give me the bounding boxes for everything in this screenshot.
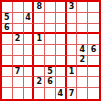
cell-r9c3[interactable] <box>24 88 35 99</box>
cell-r6c4[interactable] <box>34 56 45 67</box>
cell-r7c7[interactable]: 1 <box>67 67 78 78</box>
cell-r7c1[interactable] <box>2 67 13 78</box>
cell-r8c5[interactable]: 6 <box>45 77 56 88</box>
cell-r3c3[interactable] <box>24 24 35 35</box>
cell-r5c6[interactable] <box>56 45 67 56</box>
cell-r3c1[interactable]: 6 <box>2 24 13 35</box>
cell-r4c9[interactable] <box>88 34 99 45</box>
cell-r5c7[interactable] <box>67 45 78 56</box>
cell-r3c6[interactable] <box>56 24 67 35</box>
cell-r3c5[interactable] <box>45 24 56 35</box>
cell-r6c2[interactable] <box>13 56 24 67</box>
cell-r5c9[interactable]: 6 <box>88 45 99 56</box>
cell-r4c7[interactable] <box>67 34 78 45</box>
cell-r8c4[interactable]: 2 <box>34 77 45 88</box>
cell-r9c5[interactable] <box>45 88 56 99</box>
cell-r9c7[interactable]: 7 <box>67 88 78 99</box>
cell-r4c3[interactable] <box>24 34 35 45</box>
cell-r8c3[interactable] <box>24 77 35 88</box>
cell-r4c4[interactable]: 1 <box>34 34 45 45</box>
cell-r2c1[interactable]: 5 <box>2 13 13 24</box>
cell-r2c2[interactable] <box>13 13 24 24</box>
cell-r8c6[interactable] <box>56 77 67 88</box>
cell-r7c2[interactable]: 7 <box>13 67 24 78</box>
cell-r3c4[interactable] <box>34 24 45 35</box>
cell-r7c8[interactable] <box>77 67 88 78</box>
cell-r6c3[interactable] <box>24 56 35 67</box>
cell-r5c1[interactable] <box>2 45 13 56</box>
cell-r1c3[interactable] <box>24 2 35 13</box>
cell-r3c9[interactable] <box>88 24 99 35</box>
cell-r8c7[interactable] <box>67 77 78 88</box>
cell-r5c3[interactable] <box>24 45 35 56</box>
cell-r1c6[interactable] <box>56 2 67 13</box>
cell-r2c9[interactable] <box>88 13 99 24</box>
cell-r3c7[interactable] <box>67 24 78 35</box>
cell-r9c8[interactable] <box>77 88 88 99</box>
cell-r2c8[interactable] <box>77 13 88 24</box>
cell-r6c1[interactable] <box>2 56 13 67</box>
cell-r6c7[interactable] <box>67 56 78 67</box>
cell-r5c4[interactable] <box>34 45 45 56</box>
cell-r1c2[interactable] <box>13 2 24 13</box>
cell-r9c9[interactable] <box>88 88 99 99</box>
cell-r2c3[interactable]: 4 <box>24 13 35 24</box>
cell-r1c9[interactable] <box>88 2 99 13</box>
cell-r7c6[interactable] <box>56 67 67 78</box>
cell-r7c5[interactable]: 5 <box>45 67 56 78</box>
cell-r2c5[interactable] <box>45 13 56 24</box>
cell-r6c5[interactable] <box>45 56 56 67</box>
cell-r9c4[interactable] <box>34 88 45 99</box>
cell-r2c4[interactable] <box>34 13 45 24</box>
cell-r4c6[interactable] <box>56 34 67 45</box>
cell-r2c6[interactable] <box>56 13 67 24</box>
cell-r8c1[interactable] <box>2 77 13 88</box>
cell-r6c9[interactable] <box>88 56 99 67</box>
cell-r4c2[interactable]: 2 <box>13 34 24 45</box>
cell-r4c1[interactable] <box>2 34 13 45</box>
cell-r6c6[interactable] <box>56 56 67 67</box>
cell-r7c9[interactable] <box>88 67 99 78</box>
cell-r8c8[interactable] <box>77 77 88 88</box>
cell-r9c6[interactable]: 4 <box>56 88 67 99</box>
cell-r9c2[interactable] <box>13 88 24 99</box>
cell-r2c7[interactable] <box>67 13 78 24</box>
cell-r8c2[interactable] <box>13 77 24 88</box>
cell-r1c4[interactable]: 8 <box>34 2 45 13</box>
cell-r8c9[interactable] <box>88 77 99 88</box>
cell-r3c8[interactable] <box>77 24 88 35</box>
cell-r4c5[interactable] <box>45 34 56 45</box>
cell-r1c5[interactable] <box>45 2 56 13</box>
cell-r7c4[interactable] <box>34 67 45 78</box>
cell-r1c1[interactable] <box>2 2 13 13</box>
cell-r5c8[interactable]: 4 <box>77 45 88 56</box>
cell-r9c1[interactable] <box>2 88 13 99</box>
cell-r5c2[interactable] <box>13 45 24 56</box>
cell-r1c7[interactable]: 3 <box>67 2 78 13</box>
sudoku-board: 83546214627512647 <box>0 0 101 101</box>
cell-r7c3[interactable] <box>24 67 35 78</box>
cell-r6c8[interactable]: 2 <box>77 56 88 67</box>
cell-r5c5[interactable] <box>45 45 56 56</box>
cell-r1c8[interactable] <box>77 2 88 13</box>
cell-r3c2[interactable] <box>13 24 24 35</box>
cell-r4c8[interactable] <box>77 34 88 45</box>
